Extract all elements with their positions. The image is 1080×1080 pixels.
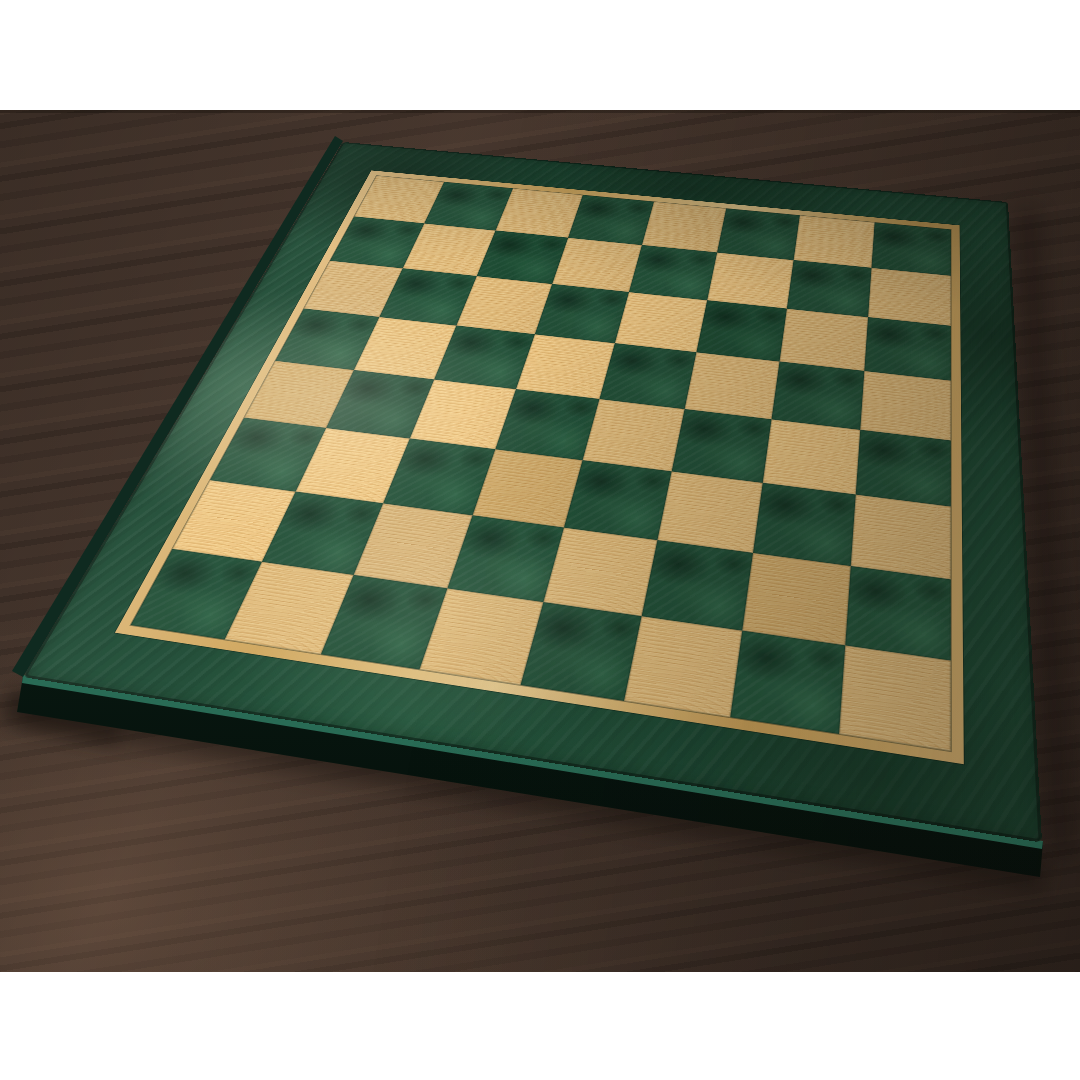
square-h1 xyxy=(839,645,951,751)
square-d8 xyxy=(568,195,654,245)
square-g8 xyxy=(794,215,875,267)
square-g2 xyxy=(742,553,851,645)
square-e7 xyxy=(629,245,717,300)
square-g7 xyxy=(787,260,872,317)
square-g6 xyxy=(780,309,869,371)
square-h2 xyxy=(845,566,951,660)
square-e8 xyxy=(642,202,726,253)
square-h5 xyxy=(860,371,951,441)
square-g5 xyxy=(772,362,865,430)
square-d7 xyxy=(552,238,642,292)
photo-stage xyxy=(0,0,1080,1080)
square-h8 xyxy=(871,222,950,275)
square-e1 xyxy=(521,602,642,701)
square-e3 xyxy=(564,460,672,540)
square-h3 xyxy=(851,495,951,580)
square-f2 xyxy=(642,540,753,631)
square-e6 xyxy=(615,292,707,352)
square-g4 xyxy=(763,419,861,494)
square-g3 xyxy=(753,483,856,566)
square-f5 xyxy=(685,352,780,419)
square-h7 xyxy=(868,268,951,326)
square-g1 xyxy=(730,631,845,734)
photo-top-edge xyxy=(0,110,1080,113)
square-f1 xyxy=(624,616,742,717)
square-f6 xyxy=(696,300,786,361)
square-h4 xyxy=(856,430,951,507)
square-f4 xyxy=(672,409,772,483)
square-e5 xyxy=(599,343,696,409)
square-e4 xyxy=(583,399,685,471)
square-f7 xyxy=(707,253,793,309)
square-d6 xyxy=(535,284,629,343)
square-d5 xyxy=(516,334,615,399)
square-e2 xyxy=(543,528,657,617)
square-h6 xyxy=(864,317,950,380)
square-f8 xyxy=(717,208,800,260)
square-f3 xyxy=(657,471,762,553)
